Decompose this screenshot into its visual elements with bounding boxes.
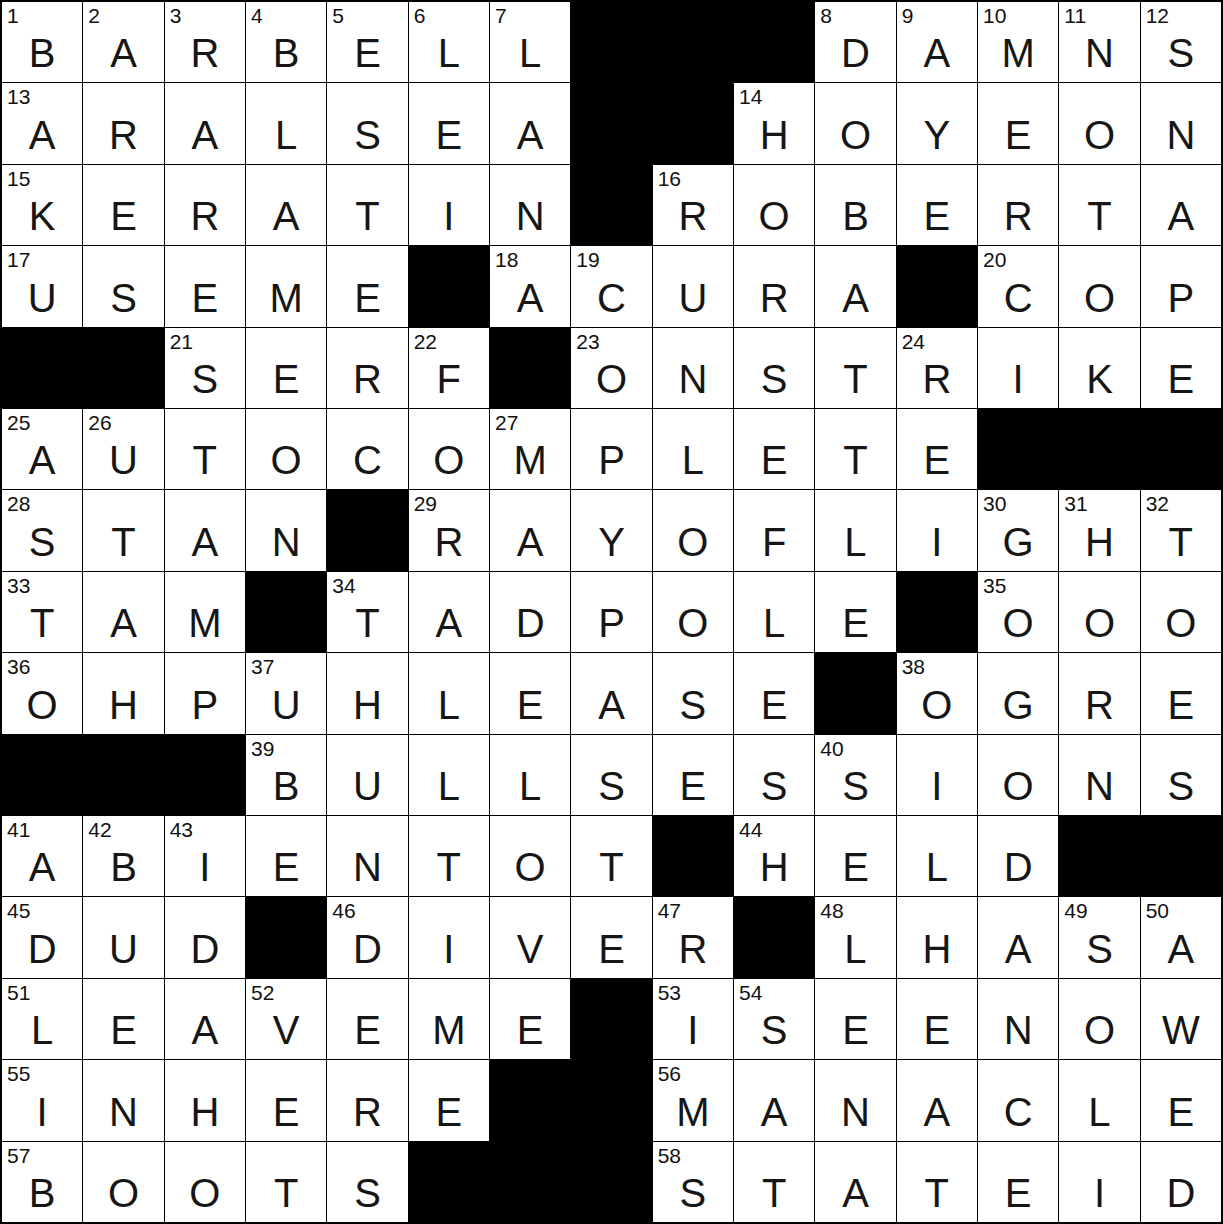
black-cell-r6c14: [1059, 409, 1139, 489]
cell-r4c14[interactable]: O: [1059, 246, 1139, 326]
cell-r2c4[interactable]: L: [246, 83, 326, 163]
clue-number: 53: [658, 981, 681, 1004]
cell-r14c15[interactable]: E: [1141, 1060, 1221, 1140]
cell-letter: L: [409, 766, 489, 806]
cell-r7c10[interactable]: F: [734, 490, 814, 570]
cell-r4c3[interactable]: E: [165, 246, 245, 326]
cell-r7c11[interactable]: L: [815, 490, 895, 570]
cell-r11c5[interactable]: N: [327, 816, 407, 896]
cell-letter: B: [815, 196, 895, 236]
cell-r10c8[interactable]: S: [571, 735, 651, 815]
crossword-grid: 1B2A3R4B5E6L7L8D9A10M11N12S13ARALSEA14HO…: [0, 0, 1223, 1224]
cell-r13c13[interactable]: N: [978, 979, 1058, 1059]
cell-r9c1[interactable]: 36O: [2, 653, 82, 733]
cell-r10c14[interactable]: N: [1059, 735, 1139, 815]
cell-letter: I: [897, 766, 977, 806]
cell-r10c15[interactable]: S: [1141, 735, 1221, 815]
cell-r3c10[interactable]: O: [734, 165, 814, 245]
cell-r7c13[interactable]: 30G: [978, 490, 1058, 570]
black-cell-r6c15: [1141, 409, 1221, 489]
cell-r8c9[interactable]: O: [653, 572, 733, 652]
cell-r14c12[interactable]: A: [897, 1060, 977, 1140]
cell-r12c14[interactable]: 49S: [1059, 897, 1139, 977]
cell-letter: R: [409, 522, 489, 562]
cell-r12c13[interactable]: A: [978, 897, 1058, 977]
cell-letter: E: [490, 1010, 570, 1050]
cell-letter: H: [83, 685, 163, 725]
cell-r2c15[interactable]: N: [1141, 83, 1221, 163]
cell-r7c3[interactable]: A: [165, 490, 245, 570]
clue-number: 8: [820, 4, 832, 27]
cell-r10c12[interactable]: I: [897, 735, 977, 815]
cell-r10c13[interactable]: O: [978, 735, 1058, 815]
cell-r1c15[interactable]: 12S: [1141, 2, 1221, 82]
clue-number: 11: [1064, 4, 1086, 27]
cell-r2c5[interactable]: S: [327, 83, 407, 163]
cell-r1c1[interactable]: 1B: [2, 2, 82, 82]
black-cell-r1c10: [734, 2, 814, 82]
cell-r11c7[interactable]: O: [490, 816, 570, 896]
cell-letter: R: [327, 1092, 407, 1132]
cell-r2c12[interactable]: Y: [897, 83, 977, 163]
cell-r12c9[interactable]: 47R: [653, 897, 733, 977]
cell-r12c15[interactable]: 50A: [1141, 897, 1221, 977]
cell-letter: A: [83, 33, 163, 73]
cell-letter: H: [897, 929, 977, 969]
cell-r7c14[interactable]: 31H: [1059, 490, 1139, 570]
cell-r4c7[interactable]: 18A: [490, 246, 570, 326]
cell-r3c5[interactable]: T: [327, 165, 407, 245]
cell-r8c10[interactable]: L: [734, 572, 814, 652]
cell-r13c10[interactable]: 54S: [734, 979, 814, 1059]
clue-number: 42: [88, 818, 111, 841]
cell-r2c2[interactable]: R: [83, 83, 163, 163]
cell-letter: P: [1141, 278, 1221, 318]
cell-r15c4[interactable]: T: [246, 1142, 326, 1222]
cell-r14c11[interactable]: N: [815, 1060, 895, 1140]
cell-r5c12[interactable]: 24R: [897, 328, 977, 408]
crossword-puzzle: 1B2A3R4B5E6L7L8D9A10M11N12S13ARALSEA14HO…: [0, 0, 1223, 1224]
cell-letter: F: [409, 359, 489, 399]
cell-r13c11[interactable]: E: [815, 979, 895, 1059]
clue-number: 49: [1064, 899, 1087, 922]
cell-r3c3[interactable]: R: [165, 165, 245, 245]
cell-r13c15[interactable]: W: [1141, 979, 1221, 1059]
cell-letter: L: [897, 847, 977, 887]
cell-r14c1[interactable]: 55I: [2, 1060, 82, 1140]
cell-r8c1[interactable]: 33T: [2, 572, 82, 652]
cell-r7c7[interactable]: A: [490, 490, 570, 570]
cell-r1c7[interactable]: 7L: [490, 2, 570, 82]
cell-r4c1[interactable]: 17U: [2, 246, 82, 326]
cell-r5c9[interactable]: N: [653, 328, 733, 408]
cell-r7c15[interactable]: 32T: [1141, 490, 1221, 570]
cell-letter: U: [246, 685, 326, 725]
cell-letter: E: [571, 929, 651, 969]
cell-r8c13[interactable]: 35O: [978, 572, 1058, 652]
cell-letter: U: [327, 766, 407, 806]
cell-r10c6[interactable]: L: [409, 735, 489, 815]
cell-r4c9[interactable]: U: [653, 246, 733, 326]
clue-number: 9: [902, 4, 914, 27]
cell-r7c9[interactable]: O: [653, 490, 733, 570]
black-cell-r11c14: [1059, 816, 1139, 896]
cell-letter: I: [978, 359, 1058, 399]
cell-r3c9[interactable]: 16R: [653, 165, 733, 245]
cell-r5c3[interactable]: 21S: [165, 328, 245, 408]
cell-r12c8[interactable]: E: [571, 897, 651, 977]
cell-r5c10[interactable]: S: [734, 328, 814, 408]
cell-r12c3[interactable]: D: [165, 897, 245, 977]
cell-r6c12[interactable]: E: [897, 409, 977, 489]
cell-r10c4[interactable]: 39B: [246, 735, 326, 815]
cell-letter: N: [490, 196, 570, 236]
cell-r13c9[interactable]: 53I: [653, 979, 733, 1059]
cell-r10c9[interactable]: E: [653, 735, 733, 815]
cell-r5c8[interactable]: 23O: [571, 328, 651, 408]
clue-number: 32: [1146, 492, 1169, 515]
cell-r8c3[interactable]: M: [165, 572, 245, 652]
black-cell-r3c8: [571, 165, 651, 245]
cell-r8c14[interactable]: O: [1059, 572, 1139, 652]
cell-letter: M: [409, 1010, 489, 1050]
cell-r6c10[interactable]: E: [734, 409, 814, 489]
cell-r14c5[interactable]: R: [327, 1060, 407, 1140]
cell-letter: E: [734, 685, 814, 725]
cell-r8c6[interactable]: A: [409, 572, 489, 652]
cell-r11c4[interactable]: E: [246, 816, 326, 896]
cell-r12c11[interactable]: 48L: [815, 897, 895, 977]
cell-r10c10[interactable]: S: [734, 735, 814, 815]
cell-letter: L: [1059, 1092, 1139, 1132]
cell-r9c10[interactable]: E: [734, 653, 814, 733]
cell-r2c11[interactable]: O: [815, 83, 895, 163]
cell-letter: A: [490, 278, 570, 318]
clue-number: 41: [7, 818, 30, 841]
cell-r12c7[interactable]: V: [490, 897, 570, 977]
clue-number: 52: [251, 981, 274, 1004]
cell-r1c12[interactable]: 9A: [897, 2, 977, 82]
cell-letter: E: [246, 359, 326, 399]
cell-r5c13[interactable]: I: [978, 328, 1058, 408]
cell-r8c8[interactable]: P: [571, 572, 651, 652]
cell-r5c15[interactable]: E: [1141, 328, 1221, 408]
cell-letter: E: [327, 1010, 407, 1050]
cell-r15c15[interactable]: D: [1141, 1142, 1221, 1222]
cell-letter: O: [897, 685, 977, 725]
cell-letter: O: [653, 522, 733, 562]
cell-r9c9[interactable]: S: [653, 653, 733, 733]
clue-number: 56: [658, 1062, 681, 1085]
cell-r3c13[interactable]: R: [978, 165, 1058, 245]
clue-number: 4: [251, 4, 263, 27]
cell-r15c5[interactable]: S: [327, 1142, 407, 1222]
cell-r15c3[interactable]: O: [165, 1142, 245, 1222]
cell-r7c8[interactable]: Y: [571, 490, 651, 570]
cell-r3c2[interactable]: E: [83, 165, 163, 245]
cell-letter: A: [571, 685, 651, 725]
cell-r15c1[interactable]: 57B: [2, 1142, 82, 1222]
cell-letter: A: [2, 847, 82, 887]
cell-letter: T: [409, 847, 489, 887]
cell-letter: E: [246, 847, 326, 887]
cell-r15c13[interactable]: E: [978, 1142, 1058, 1222]
cell-r6c9[interactable]: L: [653, 409, 733, 489]
cell-r3c14[interactable]: T: [1059, 165, 1139, 245]
cell-r12c5[interactable]: 46D: [327, 897, 407, 977]
cell-letter: F: [734, 522, 814, 562]
cell-r9c4[interactable]: 37U: [246, 653, 326, 733]
cell-r12c12[interactable]: H: [897, 897, 977, 977]
clue-number: 44: [739, 818, 762, 841]
cell-r11c13[interactable]: D: [978, 816, 1058, 896]
cell-r11c11[interactable]: E: [815, 816, 895, 896]
cell-r14c9[interactable]: 56M: [653, 1060, 733, 1140]
cell-r4c13[interactable]: 20C: [978, 246, 1058, 326]
clue-number: 22: [414, 330, 437, 353]
cell-r6c6[interactable]: O: [409, 409, 489, 489]
cell-letter: U: [2, 278, 82, 318]
cell-r4c8[interactable]: 19C: [571, 246, 651, 326]
cell-r6c11[interactable]: T: [815, 409, 895, 489]
cell-r11c2[interactable]: 42B: [83, 816, 163, 896]
cell-r13c14[interactable]: O: [1059, 979, 1139, 1059]
black-cell-r10c2: [83, 735, 163, 815]
cell-r8c7[interactable]: D: [490, 572, 570, 652]
cell-r2c7[interactable]: A: [490, 83, 570, 163]
cell-r15c12[interactable]: T: [897, 1142, 977, 1222]
cell-r9c15[interactable]: E: [1141, 653, 1221, 733]
cell-r7c12[interactable]: I: [897, 490, 977, 570]
cell-r4c2[interactable]: S: [83, 246, 163, 326]
cell-letter: S: [1141, 33, 1221, 73]
cell-r15c10[interactable]: T: [734, 1142, 814, 1222]
cell-r15c11[interactable]: A: [815, 1142, 895, 1222]
cell-letter: O: [490, 847, 570, 887]
cell-r11c1[interactable]: 41A: [2, 816, 82, 896]
cell-letter: I: [409, 196, 489, 236]
cell-letter: A: [815, 278, 895, 318]
cell-r13c1[interactable]: 51L: [2, 979, 82, 1059]
cell-r13c5[interactable]: E: [327, 979, 407, 1059]
cell-r7c6[interactable]: 29R: [409, 490, 489, 570]
cell-r6c8[interactable]: P: [571, 409, 651, 489]
cell-r1c5[interactable]: 5E: [327, 2, 407, 82]
cell-r6c5[interactable]: C: [327, 409, 407, 489]
cell-r4c11[interactable]: A: [815, 246, 895, 326]
cell-letter: A: [165, 522, 245, 562]
cell-letter: D: [327, 929, 407, 969]
cell-letter: S: [571, 766, 651, 806]
cell-r4c4[interactable]: M: [246, 246, 326, 326]
black-cell-r15c6: [409, 1142, 489, 1222]
cell-r15c14[interactable]: I: [1059, 1142, 1139, 1222]
cell-r12c2[interactable]: U: [83, 897, 163, 977]
cell-letter: O: [978, 603, 1058, 643]
cell-r2c13[interactable]: E: [978, 83, 1058, 163]
black-cell-r5c7: [490, 328, 570, 408]
cell-r6c2[interactable]: 26U: [83, 409, 163, 489]
cell-letter: Y: [897, 115, 977, 155]
cell-letter: I: [165, 847, 245, 887]
cell-letter: O: [1059, 115, 1139, 155]
cell-r11c6[interactable]: T: [409, 816, 489, 896]
cell-r2c3[interactable]: A: [165, 83, 245, 163]
cell-letter: R: [1059, 685, 1139, 725]
cell-letter: W: [1141, 1010, 1221, 1050]
cell-r9c14[interactable]: R: [1059, 653, 1139, 733]
cell-r1c13[interactable]: 10M: [978, 2, 1058, 82]
cell-r3c1[interactable]: 15K: [2, 165, 82, 245]
cell-letter: D: [978, 847, 1058, 887]
cell-r13c3[interactable]: A: [165, 979, 245, 1059]
cell-r1c4[interactable]: 4B: [246, 2, 326, 82]
clue-number: 37: [251, 655, 274, 678]
cell-letter: N: [653, 359, 733, 399]
cell-r1c6[interactable]: 6L: [409, 2, 489, 82]
cell-r13c7[interactable]: E: [490, 979, 570, 1059]
cell-r10c7[interactable]: L: [490, 735, 570, 815]
cell-letter: T: [327, 196, 407, 236]
cell-r8c5[interactable]: 34T: [327, 572, 407, 652]
cell-r14c2[interactable]: N: [83, 1060, 163, 1140]
cell-r5c11[interactable]: T: [815, 328, 895, 408]
cell-r12c1[interactable]: 45D: [2, 897, 82, 977]
cell-r9c7[interactable]: E: [490, 653, 570, 733]
cell-letter: H: [734, 847, 814, 887]
cell-r7c2[interactable]: T: [83, 490, 163, 570]
cell-r3c6[interactable]: I: [409, 165, 489, 245]
cell-r11c10[interactable]: 44H: [734, 816, 814, 896]
cell-letter: A: [165, 1010, 245, 1050]
cell-letter: N: [1141, 115, 1221, 155]
cell-r9c2[interactable]: H: [83, 653, 163, 733]
cell-r2c14[interactable]: O: [1059, 83, 1139, 163]
cell-r3c11[interactable]: B: [815, 165, 895, 245]
cell-letter: L: [409, 685, 489, 725]
cell-r9c13[interactable]: G: [978, 653, 1058, 733]
cell-r6c7[interactable]: 27M: [490, 409, 570, 489]
cell-r1c14[interactable]: 11N: [1059, 2, 1139, 82]
cell-letter: A: [1141, 929, 1221, 969]
cell-r4c15[interactable]: P: [1141, 246, 1221, 326]
cell-r3c7[interactable]: N: [490, 165, 570, 245]
cell-letter: E: [83, 1010, 163, 1050]
cell-r14c10[interactable]: A: [734, 1060, 814, 1140]
cell-letter: A: [978, 929, 1058, 969]
cell-r9c5[interactable]: H: [327, 653, 407, 733]
cell-r15c9[interactable]: 58S: [653, 1142, 733, 1222]
clue-number: 14: [739, 85, 762, 108]
cell-r10c5[interactable]: U: [327, 735, 407, 815]
cell-r1c2[interactable]: 2A: [83, 2, 163, 82]
cell-r6c1[interactable]: 25A: [2, 409, 82, 489]
black-cell-r15c8: [571, 1142, 651, 1222]
cell-r14c14[interactable]: L: [1059, 1060, 1139, 1140]
cell-r13c2[interactable]: E: [83, 979, 163, 1059]
cell-letter: O: [409, 440, 489, 480]
cell-letter: S: [653, 1173, 733, 1213]
cell-letter: L: [490, 33, 570, 73]
cell-r1c3[interactable]: 3R: [165, 2, 245, 82]
cell-letter: S: [734, 766, 814, 806]
cell-r13c12[interactable]: E: [897, 979, 977, 1059]
cell-r13c6[interactable]: M: [409, 979, 489, 1059]
cell-r14c3[interactable]: H: [165, 1060, 245, 1140]
cell-r14c13[interactable]: C: [978, 1060, 1058, 1140]
cell-r1c11[interactable]: 8D: [815, 2, 895, 82]
cell-letter: B: [2, 1173, 82, 1213]
cell-r9c12[interactable]: 38O: [897, 653, 977, 733]
cell-letter: K: [2, 196, 82, 236]
cell-r13c4[interactable]: 52V: [246, 979, 326, 1059]
cell-r8c11[interactable]: E: [815, 572, 895, 652]
clue-number: 55: [7, 1062, 30, 1085]
clue-number: 43: [170, 818, 193, 841]
cell-r11c8[interactable]: T: [571, 816, 651, 896]
cell-r8c2[interactable]: A: [83, 572, 163, 652]
cell-r3c4[interactable]: A: [246, 165, 326, 245]
black-cell-r5c1: [2, 328, 82, 408]
cell-r14c4[interactable]: E: [246, 1060, 326, 1140]
cell-letter: S: [165, 359, 245, 399]
cell-r2c6[interactable]: E: [409, 83, 489, 163]
cell-r2c1[interactable]: 13A: [2, 83, 82, 163]
cell-r6c4[interactable]: O: [246, 409, 326, 489]
cell-r6c3[interactable]: T: [165, 409, 245, 489]
cell-letter: E: [490, 685, 570, 725]
cell-letter: O: [1059, 603, 1139, 643]
cell-letter: I: [897, 522, 977, 562]
cell-letter: K: [1059, 359, 1139, 399]
cell-r9c8[interactable]: A: [571, 653, 651, 733]
cell-letter: E: [83, 196, 163, 236]
cell-r10c11[interactable]: 40S: [815, 735, 895, 815]
cell-r9c6[interactable]: L: [409, 653, 489, 733]
cell-letter: S: [1141, 766, 1221, 806]
cell-r15c2[interactable]: O: [83, 1142, 163, 1222]
clue-number: 29: [414, 492, 437, 515]
cell-letter: U: [83, 440, 163, 480]
cell-r5c4[interactable]: E: [246, 328, 326, 408]
cell-letter: L: [246, 115, 326, 155]
cell-r11c12[interactable]: L: [897, 816, 977, 896]
cell-r7c4[interactable]: N: [246, 490, 326, 570]
cell-r14c6[interactable]: E: [409, 1060, 489, 1140]
cell-letter: E: [409, 1092, 489, 1132]
cell-r12c6[interactable]: I: [409, 897, 489, 977]
cell-r5c5[interactable]: R: [327, 328, 407, 408]
clue-number: 12: [1146, 4, 1169, 27]
cell-r4c10[interactable]: R: [734, 246, 814, 326]
cell-letter: A: [490, 115, 570, 155]
cell-r2c10[interactable]: 14H: [734, 83, 814, 163]
cell-letter: T: [1141, 522, 1221, 562]
cell-letter: C: [571, 278, 651, 318]
cell-r5c14[interactable]: K: [1059, 328, 1139, 408]
cell-letter: D: [2, 929, 82, 969]
cell-r3c15[interactable]: A: [1141, 165, 1221, 245]
cell-r9c3[interactable]: P: [165, 653, 245, 733]
cell-letter: E: [897, 440, 977, 480]
cell-letter: V: [490, 929, 570, 969]
cell-r7c1[interactable]: 28S: [2, 490, 82, 570]
cell-r3c12[interactable]: E: [897, 165, 977, 245]
cell-r4c5[interactable]: E: [327, 246, 407, 326]
cell-r8c15[interactable]: O: [1141, 572, 1221, 652]
cell-r5c6[interactable]: 22F: [409, 328, 489, 408]
cell-r11c3[interactable]: 43I: [165, 816, 245, 896]
